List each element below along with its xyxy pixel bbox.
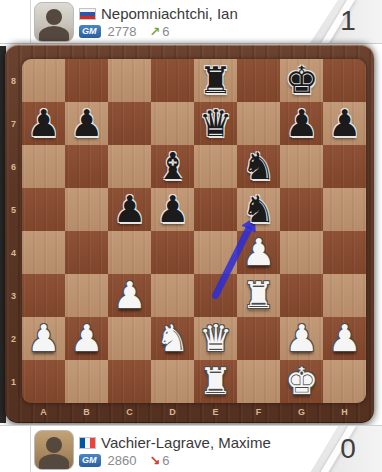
chess-broadcast-widget: Nepomniachtchi, Ian GM 2778 ↗ 6 1 876543…	[0, 0, 382, 472]
piece-wr-e1[interactable]: ♜	[194, 360, 237, 403]
avatar-silhouette-head	[46, 437, 62, 453]
card-left-edge	[30, 0, 31, 43]
chess-board: 87654321 ABCDEFGH ♜♚♟♟♛♟♟♝♞♟♟♞♟♟♜♟♟♞♛♟♟♜…	[5, 45, 374, 423]
gm-title-badge: GM	[79, 454, 101, 467]
avatar-silhouette-head	[46, 9, 62, 25]
player-card-top[interactable]: Nepomniachtchi, Ian GM 2778 ↗ 6 1	[0, 0, 382, 44]
piece-br-e8[interactable]: ♜	[194, 59, 237, 102]
piece-wp-c3[interactable]: ♟	[108, 274, 151, 317]
rating-row-top: GM 2778 ↗ 6	[79, 25, 170, 38]
rank-label-4: 4	[5, 248, 22, 258]
rank-label-8: 8	[5, 76, 22, 86]
piece-wp-f4[interactable]: ♟	[237, 231, 280, 274]
piece-wn-d2[interactable]: ♞	[151, 317, 194, 360]
file-label-c: C	[108, 407, 151, 417]
rating-row-bottom: GM 2860 ↘ 6	[79, 454, 170, 467]
piece-bp-g7[interactable]: ♟	[280, 102, 323, 145]
player-name-bottom: Vachier-Lagrave, Maxime	[101, 434, 271, 451]
piece-wp-b2[interactable]: ♟	[65, 317, 108, 360]
france-flag-icon	[79, 437, 96, 449]
rating-delta-bottom: 6	[162, 453, 169, 468]
pieces-layer: ♜♚♟♟♛♟♟♝♞♟♟♞♟♟♜♟♟♞♛♟♟♜♚	[22, 59, 366, 403]
piece-wr-f3[interactable]: ♜	[237, 274, 280, 317]
player-name-top: Nepomniachtchi, Ian	[101, 5, 238, 22]
piece-bp-c5[interactable]: ♟	[108, 188, 151, 231]
avatar-silhouette-body	[39, 454, 69, 470]
player-rating-top: 2778	[108, 24, 137, 39]
piece-wp-h2[interactable]: ♟	[323, 317, 366, 360]
russia-flag-icon	[79, 8, 96, 20]
rank-label-7: 7	[5, 119, 22, 129]
file-label-d: D	[151, 407, 194, 417]
delta-down-icon: ↘	[149, 453, 160, 468]
player-avatar-bottom	[34, 430, 74, 470]
rank-label-1: 1	[5, 377, 22, 387]
piece-bp-h7[interactable]: ♟	[323, 102, 366, 145]
card-left-edge	[30, 426, 31, 472]
piece-wk-g1[interactable]: ♚	[280, 360, 323, 403]
piece-bn-f6[interactable]: ♞	[237, 145, 280, 188]
player-rating-bottom: 2860	[108, 453, 137, 468]
player-score-bottom: 0	[314, 433, 382, 465]
rank-label-3: 3	[5, 291, 22, 301]
player-score-top: 1	[314, 5, 382, 37]
piece-bb-d6[interactable]: ♝	[151, 145, 194, 188]
file-label-f: F	[237, 407, 280, 417]
piece-bq-e7[interactable]: ♛	[194, 102, 237, 145]
piece-bp-a7[interactable]: ♟	[22, 102, 65, 145]
piece-wp-g2[interactable]: ♟	[280, 317, 323, 360]
file-label-e: E	[194, 407, 237, 417]
player-card-bottom[interactable]: Vachier-Lagrave, Maxime GM 2860 ↘ 6 0	[0, 425, 382, 472]
piece-bp-d5[interactable]: ♟	[151, 188, 194, 231]
player-avatar-top	[34, 2, 74, 42]
rank-label-5: 5	[5, 205, 22, 215]
file-label-g: G	[280, 407, 323, 417]
file-label-a: A	[22, 407, 65, 417]
rank-label-6: 6	[5, 162, 22, 172]
rating-delta-top: 6	[162, 24, 169, 39]
piece-bp-b7[interactable]: ♟	[65, 102, 108, 145]
gm-title-badge: GM	[79, 25, 101, 38]
file-label-h: H	[323, 407, 366, 417]
piece-wq-e2[interactable]: ♛	[194, 317, 237, 360]
piece-bk-g8[interactable]: ♚	[280, 59, 323, 102]
piece-wp-a2[interactable]: ♟	[22, 317, 65, 360]
file-label-b: B	[65, 407, 108, 417]
rank-label-2: 2	[5, 334, 22, 344]
piece-bn-f5[interactable]: ♞	[237, 188, 280, 231]
avatar-silhouette-body	[39, 26, 69, 42]
delta-up-icon: ↗	[149, 24, 160, 39]
